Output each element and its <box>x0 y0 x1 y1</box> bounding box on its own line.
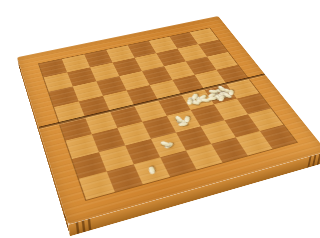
board-square-r4c3 <box>134 100 167 122</box>
scene <box>0 0 320 238</box>
board-square-r5c1 <box>92 128 125 152</box>
groove-line <box>88 219 92 231</box>
board-square-r6c2 <box>125 139 160 164</box>
board-square-r7c7 <box>260 125 297 149</box>
chessboard <box>17 16 320 225</box>
board-square-r3c0 <box>54 101 85 123</box>
board-square-r4c0 <box>60 117 92 140</box>
board-square-r6c5 <box>201 120 236 144</box>
grain <box>186 99 191 105</box>
grain <box>190 100 200 105</box>
grain <box>163 142 173 149</box>
grain <box>229 90 233 96</box>
grain <box>175 116 184 123</box>
board-square-r4c2 <box>110 106 142 128</box>
groove-line <box>76 222 80 234</box>
grain <box>184 116 189 123</box>
board-square-r5c0 <box>66 134 99 159</box>
board-square-r5c5 <box>191 104 225 126</box>
grain <box>177 119 187 123</box>
board-square-r7c1 <box>107 164 143 192</box>
board-square-r6c1 <box>99 145 134 171</box>
board-square-r6c7 <box>248 108 283 131</box>
board-square-r7c0 <box>79 171 115 199</box>
board-square-r5c7 <box>237 93 271 114</box>
board-square-r5c2 <box>117 122 151 146</box>
board-square-r7c2 <box>134 157 170 184</box>
board-square-r6c4 <box>176 126 211 150</box>
board-square-r6c0 <box>72 152 107 179</box>
grain <box>178 121 188 125</box>
grain <box>148 166 155 174</box>
groove-line <box>82 220 86 232</box>
board-square-r4c1 <box>85 111 117 134</box>
board-square-r7c5 <box>211 137 248 162</box>
board-square-r5c3 <box>142 116 176 139</box>
board-square-r5c6 <box>214 99 248 121</box>
grain <box>160 141 171 147</box>
board-square-r7c4 <box>186 144 222 170</box>
board-top-face <box>17 16 320 225</box>
board-square-r6c6 <box>225 114 260 137</box>
board-square-r6c3 <box>151 133 186 158</box>
board-square-r7c6 <box>236 131 273 156</box>
board-square-r5c4 <box>167 110 201 133</box>
board-square-r7c3 <box>160 150 196 176</box>
